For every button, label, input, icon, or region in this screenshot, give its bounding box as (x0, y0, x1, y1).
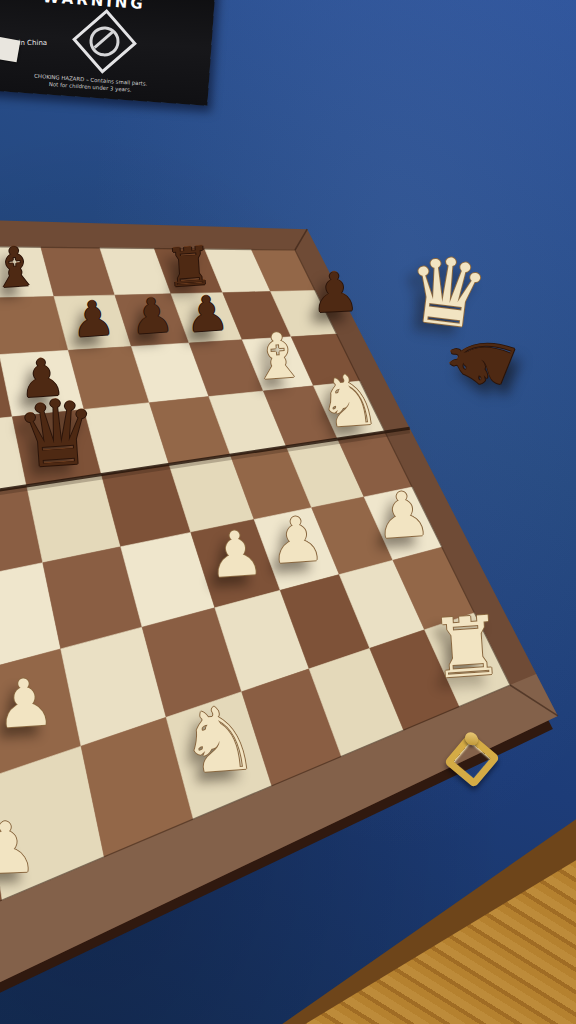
photo-scene: ♝♜♟♟♟♟♛♝♞♟♟♟♟♞♜ ♟♛♞♟ WARNING Made in Chi… (0, 0, 576, 1024)
piece-black-bishop-c8[interactable]: ♝ (0, 239, 41, 296)
piece-white-knight-h5[interactable]: ♞ (315, 364, 383, 438)
piece-white-knight-d1[interactable]: ♞ (177, 693, 262, 786)
piece-black-pawn-f7[interactable]: ♟ (184, 289, 230, 340)
piece-black-queen-c5[interactable]: ♛ (13, 386, 100, 482)
offboard-piece-white-pawn[interactable]: ♟ (0, 812, 39, 884)
piece-white-bishop-g6[interactable]: ♝ (248, 324, 308, 390)
warning-box: WARNING Made in China CHOKING HAZARD – C… (0, 0, 216, 106)
piece-black-pawn-d7[interactable]: ♟ (70, 294, 116, 345)
hazard-fine-print: CHOKING HAZARD – Contains small parts. N… (0, 69, 188, 97)
piece-white-pawn-b2[interactable]: ♟ (0, 669, 57, 738)
no-choking-icon (88, 25, 120, 57)
piece-black-pawn-e7[interactable]: ♟ (129, 291, 175, 342)
piece-white-pawn-f3[interactable]: ♟ (267, 509, 327, 575)
offboard-piece-black-pawn[interactable]: ♟ (309, 265, 360, 321)
piece-white-rook-h1[interactable]: ♜ (428, 604, 506, 690)
choking-hazard-diamond (72, 9, 137, 74)
piece-white-pawn-e3[interactable]: ♟ (206, 523, 266, 589)
piece-white-pawn-h3[interactable]: ♟ (373, 484, 433, 550)
